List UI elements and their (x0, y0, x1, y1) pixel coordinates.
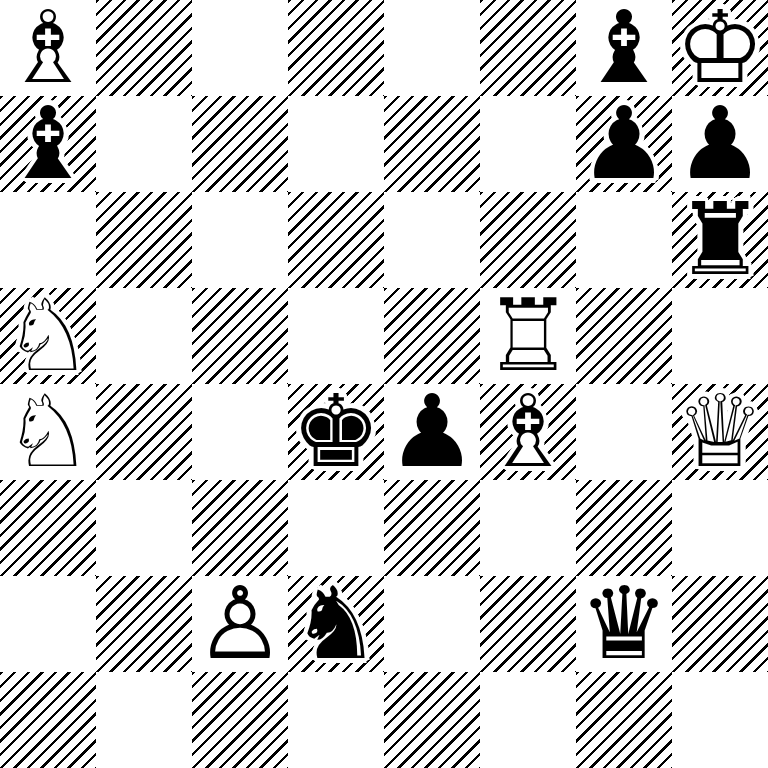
square-b4[interactable] (96, 384, 192, 480)
square-c6[interactable] (192, 192, 288, 288)
white-rook-icon: ♖ (480, 288, 576, 384)
black-pawn-icon: ♟ (384, 384, 480, 480)
square-d7[interactable] (288, 96, 384, 192)
square-a2[interactable] (0, 576, 96, 672)
square-b1[interactable] (96, 672, 192, 768)
square-h2[interactable] (672, 576, 768, 672)
chess-diagram: ♝♗♝♝♚♔♝♝♟♟♟♟♜♜♞♘♜♖♞♘♚♚♟♟♝♗♛♕♟♙♞♞♛♛ (0, 0, 768, 768)
square-c1[interactable] (192, 672, 288, 768)
black-king-icon: ♚ (288, 384, 384, 480)
square-h3[interactable] (672, 480, 768, 576)
square-g7[interactable]: ♟♟ (576, 96, 672, 192)
square-b5[interactable] (96, 288, 192, 384)
square-c4[interactable] (192, 384, 288, 480)
square-h7[interactable]: ♟♟ (672, 96, 768, 192)
square-g5[interactable] (576, 288, 672, 384)
square-e8[interactable] (384, 0, 480, 96)
black-pawn-icon: ♟ (576, 96, 672, 192)
white-bishop-icon: ♗ (480, 384, 576, 480)
square-c5[interactable] (192, 288, 288, 384)
square-a5[interactable]: ♞♘ (0, 288, 96, 384)
square-b6[interactable] (96, 192, 192, 288)
black-bishop-icon: ♝ (0, 96, 96, 192)
black-pawn-icon: ♟ (672, 96, 768, 192)
square-b3[interactable] (96, 480, 192, 576)
square-d6[interactable] (288, 192, 384, 288)
square-a7[interactable]: ♝♝ (0, 96, 96, 192)
square-f1[interactable] (480, 672, 576, 768)
white-queen-icon: ♕ (672, 384, 768, 480)
square-a6[interactable] (0, 192, 96, 288)
square-g1[interactable] (576, 672, 672, 768)
square-c2[interactable]: ♟♙ (192, 576, 288, 672)
black-rook-icon: ♜ (672, 192, 768, 288)
white-knight-icon: ♘ (0, 288, 96, 384)
square-h6[interactable]: ♜♜ (672, 192, 768, 288)
chess-board: ♝♗♝♝♚♔♝♝♟♟♟♟♜♜♞♘♜♖♞♘♚♚♟♟♝♗♛♕♟♙♞♞♛♛ (0, 0, 768, 768)
square-c7[interactable] (192, 96, 288, 192)
square-h8[interactable]: ♚♔ (672, 0, 768, 96)
square-h5[interactable] (672, 288, 768, 384)
square-a1[interactable] (0, 672, 96, 768)
square-d8[interactable] (288, 0, 384, 96)
square-g2[interactable]: ♛♛ (576, 576, 672, 672)
square-g4[interactable] (576, 384, 672, 480)
white-knight-icon: ♘ (0, 384, 96, 480)
square-f8[interactable] (480, 0, 576, 96)
square-e3[interactable] (384, 480, 480, 576)
square-h1[interactable] (672, 672, 768, 768)
square-d1[interactable] (288, 672, 384, 768)
square-e4[interactable]: ♟♟ (384, 384, 480, 480)
square-g8[interactable]: ♝♝ (576, 0, 672, 96)
black-knight-icon: ♞ (288, 576, 384, 672)
square-b2[interactable] (96, 576, 192, 672)
square-d2[interactable]: ♞♞ (288, 576, 384, 672)
square-f2[interactable] (480, 576, 576, 672)
white-king-icon: ♔ (672, 0, 768, 96)
square-e5[interactable] (384, 288, 480, 384)
square-a8[interactable]: ♝♗ (0, 0, 96, 96)
square-f5[interactable]: ♜♖ (480, 288, 576, 384)
square-f6[interactable] (480, 192, 576, 288)
square-b7[interactable] (96, 96, 192, 192)
square-c3[interactable] (192, 480, 288, 576)
square-e7[interactable] (384, 96, 480, 192)
square-e1[interactable] (384, 672, 480, 768)
square-f3[interactable] (480, 480, 576, 576)
square-h4[interactable]: ♛♕ (672, 384, 768, 480)
black-queen-icon: ♛ (576, 576, 672, 672)
square-a3[interactable] (0, 480, 96, 576)
square-e6[interactable] (384, 192, 480, 288)
black-bishop-icon: ♝ (576, 0, 672, 96)
white-pawn-icon: ♙ (192, 576, 288, 672)
square-e2[interactable] (384, 576, 480, 672)
square-c8[interactable] (192, 0, 288, 96)
square-g3[interactable] (576, 480, 672, 576)
square-d3[interactable] (288, 480, 384, 576)
square-d5[interactable] (288, 288, 384, 384)
square-f7[interactable] (480, 96, 576, 192)
square-f4[interactable]: ♝♗ (480, 384, 576, 480)
white-bishop-icon: ♗ (0, 0, 96, 96)
square-d4[interactable]: ♚♚ (288, 384, 384, 480)
square-g6[interactable] (576, 192, 672, 288)
square-a4[interactable]: ♞♘ (0, 384, 96, 480)
square-b8[interactable] (96, 0, 192, 96)
